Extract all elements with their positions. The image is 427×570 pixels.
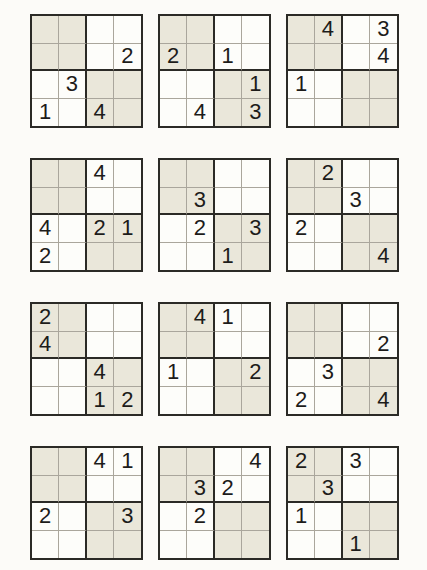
p7-cell-r3c3[interactable]: 4 [87, 359, 114, 387]
p9-cell-r3c3[interactable] [343, 359, 370, 387]
p6-cell-r3c4[interactable] [370, 215, 397, 243]
p8-cell-r2c1[interactable] [160, 332, 187, 360]
p6-cell-r1c1[interactable] [288, 160, 315, 188]
p1-cell-r4c4[interactable] [114, 99, 141, 127]
p6-cell-r2c4[interactable] [370, 188, 397, 216]
p4-cell-r2c3[interactable] [87, 188, 114, 216]
p2-cell-r2c4[interactable] [242, 44, 269, 72]
p10-cell-r4c3[interactable] [87, 531, 114, 559]
p6-cell-r1c2[interactable]: 2 [315, 160, 342, 188]
p11-cell-r4c4[interactable] [242, 531, 269, 559]
p3-cell-r1c3[interactable] [343, 16, 370, 44]
p8-cell-r1c4[interactable] [242, 304, 269, 332]
sudoku-board-11: 4322 [158, 446, 271, 560]
p1-cell-r1c2[interactable] [59, 16, 86, 44]
p8-cell-r3c4[interactable]: 2 [242, 359, 269, 387]
p11-cell-r1c1[interactable] [160, 448, 187, 476]
p2-cell-r1c2[interactable] [187, 16, 214, 44]
p2-cell-r3c2[interactable] [187, 71, 214, 99]
p10-cell-r3c2[interactable] [59, 503, 86, 531]
p8-cell-r4c4[interactable] [242, 387, 269, 415]
p10-cell-r4c1[interactable] [32, 531, 59, 559]
p1-cell-r2c3[interactable] [87, 44, 114, 72]
p1-cell-r2c2[interactable] [59, 44, 86, 72]
p4-cell-r2c1[interactable] [32, 188, 59, 216]
p5-cell-r3c4[interactable]: 3 [242, 215, 269, 243]
p6-cell-r3c2[interactable] [315, 215, 342, 243]
p3-cell-r1c1[interactable] [288, 16, 315, 44]
p8-cell-r2c4[interactable] [242, 332, 269, 360]
p2-cell-r3c4[interactable]: 1 [242, 71, 269, 99]
p12-cell-r3c2[interactable] [315, 503, 342, 531]
p12-cell-r1c1[interactable]: 2 [288, 448, 315, 476]
p7-cell-r2c2[interactable] [59, 332, 86, 360]
p12-cell-r4c1[interactable] [288, 531, 315, 559]
p9-cell-r4c1[interactable]: 2 [288, 387, 315, 415]
p9-cell-r2c2[interactable] [315, 332, 342, 360]
p10-cell-r3c3[interactable] [87, 503, 114, 531]
p1-cell-r3c4[interactable] [114, 71, 141, 99]
p9-cell-r2c4[interactable]: 2 [370, 332, 397, 360]
p3-cell-r2c4[interactable]: 4 [370, 44, 397, 72]
p10-cell-r1c1[interactable] [32, 448, 59, 476]
p9-cell-r2c3[interactable] [343, 332, 370, 360]
sudoku-board-6: 2324 [286, 158, 399, 272]
sudoku-board-10: 4123 [30, 446, 143, 560]
p4-cell-r4c1[interactable]: 2 [32, 243, 59, 271]
p1-cell-r4c1[interactable]: 1 [32, 99, 59, 127]
p12-cell-r2c4[interactable] [370, 476, 397, 504]
p10-cell-r4c4[interactable] [114, 531, 141, 559]
p11-cell-r1c2[interactable] [187, 448, 214, 476]
p4-cell-r4c4[interactable] [114, 243, 141, 271]
p10-cell-r1c4[interactable]: 1 [114, 448, 141, 476]
p5-cell-r4c2[interactable] [187, 243, 214, 271]
p9-cell-r1c3[interactable] [343, 304, 370, 332]
p11-cell-r3c4[interactable] [242, 503, 269, 531]
p11-cell-r2c4[interactable] [242, 476, 269, 504]
sudoku-board-8: 4112 [158, 302, 271, 416]
p10-cell-r1c2[interactable] [59, 448, 86, 476]
p5-cell-r1c3[interactable] [215, 160, 242, 188]
p6-cell-r2c1[interactable] [288, 188, 315, 216]
p6-cell-r4c4[interactable]: 4 [370, 243, 397, 271]
p12-cell-r4c2[interactable] [315, 531, 342, 559]
p12-cell-r2c2[interactable]: 3 [315, 476, 342, 504]
p7-cell-r3c2[interactable] [59, 359, 86, 387]
p3-cell-r4c4[interactable] [370, 99, 397, 127]
p9-cell-r1c1[interactable] [288, 304, 315, 332]
p1-cell-r3c1[interactable] [32, 71, 59, 99]
p7-cell-r2c3[interactable] [87, 332, 114, 360]
p3-cell-r4c2[interactable] [315, 99, 342, 127]
p4-cell-r3c3[interactable]: 2 [87, 215, 114, 243]
p10-cell-r2c3[interactable] [87, 476, 114, 504]
p10-cell-r2c4[interactable] [114, 476, 141, 504]
p5-cell-r4c3[interactable]: 1 [215, 243, 242, 271]
p11-cell-r3c1[interactable] [160, 503, 187, 531]
p8-cell-r1c1[interactable] [160, 304, 187, 332]
p11-cell-r4c2[interactable] [187, 531, 214, 559]
sudoku-board-7: 24412 [30, 302, 143, 416]
p12-cell-r4c3[interactable]: 1 [343, 531, 370, 559]
p2-cell-r2c2[interactable] [187, 44, 214, 72]
p11-cell-r1c4[interactable]: 4 [242, 448, 269, 476]
p5-cell-r3c2[interactable]: 2 [187, 215, 214, 243]
p7-cell-r4c1[interactable] [32, 387, 59, 415]
p6-cell-r2c3[interactable]: 3 [343, 188, 370, 216]
p10-cell-r3c1[interactable]: 2 [32, 503, 59, 531]
p6-cell-r3c3[interactable] [343, 215, 370, 243]
p2-cell-r4c4[interactable]: 3 [242, 99, 269, 127]
p12-cell-r3c3[interactable] [343, 503, 370, 531]
p8-cell-r4c3[interactable] [215, 387, 242, 415]
p12-cell-r1c4[interactable] [370, 448, 397, 476]
p2-cell-r3c1[interactable] [160, 71, 187, 99]
p5-cell-r4c4[interactable] [242, 243, 269, 271]
p4-cell-r3c4[interactable]: 1 [114, 215, 141, 243]
sudoku-board-12: 23311 [286, 446, 399, 560]
p12-cell-r3c4[interactable] [370, 503, 397, 531]
p7-cell-r4c4[interactable]: 2 [114, 387, 141, 415]
p6-cell-r1c3[interactable] [343, 160, 370, 188]
puzzle-sheet: 2314211434341442123231232424412411223244… [0, 0, 427, 560]
p8-cell-r1c2[interactable]: 4 [187, 304, 214, 332]
p5-cell-r3c3[interactable] [215, 215, 242, 243]
p7-cell-r1c3[interactable] [87, 304, 114, 332]
p1-cell-r1c3[interactable] [87, 16, 114, 44]
p10-cell-r3c4[interactable]: 3 [114, 503, 141, 531]
p8-cell-r4c2[interactable] [187, 387, 214, 415]
p9-cell-r4c2[interactable] [315, 387, 342, 415]
p6-cell-r4c3[interactable] [343, 243, 370, 271]
p2-cell-r4c2[interactable]: 4 [187, 99, 214, 127]
p12-cell-r4c4[interactable] [370, 531, 397, 559]
p3-cell-r1c2[interactable]: 4 [315, 16, 342, 44]
p6-cell-r4c1[interactable] [288, 243, 315, 271]
p4-cell-r2c4[interactable] [114, 188, 141, 216]
sudoku-board-1: 2314 [30, 14, 143, 128]
p9-cell-r4c4[interactable]: 4 [370, 387, 397, 415]
p7-cell-r2c4[interactable] [114, 332, 141, 360]
p10-cell-r2c1[interactable] [32, 476, 59, 504]
p11-cell-r2c3[interactable]: 2 [215, 476, 242, 504]
p12-cell-r2c1[interactable] [288, 476, 315, 504]
p12-cell-r1c3[interactable]: 3 [343, 448, 370, 476]
p2-cell-r1c1[interactable] [160, 16, 187, 44]
p9-cell-r3c1[interactable] [288, 359, 315, 387]
sudoku-board-9: 2324 [286, 302, 399, 416]
p4-cell-r1c2[interactable] [59, 160, 86, 188]
p11-cell-r3c3[interactable] [215, 503, 242, 531]
p12-cell-r1c2[interactable] [315, 448, 342, 476]
p12-cell-r2c3[interactable] [343, 476, 370, 504]
p8-cell-r3c1[interactable]: 1 [160, 359, 187, 387]
p9-cell-r2c1[interactable] [288, 332, 315, 360]
p4-cell-r4c2[interactable] [59, 243, 86, 271]
p2-cell-r1c3[interactable] [215, 16, 242, 44]
sudoku-board-4: 44212 [30, 158, 143, 272]
p1-cell-r3c2[interactable]: 3 [59, 71, 86, 99]
p3-cell-r2c2[interactable] [315, 44, 342, 72]
p1-cell-r3c3[interactable] [87, 71, 114, 99]
sudoku-board-3: 4341 [286, 14, 399, 128]
p10-cell-r2c2[interactable] [59, 476, 86, 504]
p12-cell-r3c1[interactable]: 1 [288, 503, 315, 531]
p2-cell-r3c3[interactable] [215, 71, 242, 99]
p9-cell-r1c2[interactable] [315, 304, 342, 332]
p10-cell-r1c3[interactable]: 4 [87, 448, 114, 476]
p5-cell-r3c1[interactable] [160, 215, 187, 243]
p7-cell-r1c2[interactable] [59, 304, 86, 332]
sudoku-board-2: 21143 [158, 14, 271, 128]
p5-cell-r2c3[interactable] [215, 188, 242, 216]
p6-cell-r1c4[interactable] [370, 160, 397, 188]
p5-cell-r2c2[interactable]: 3 [187, 188, 214, 216]
p3-cell-r3c3[interactable] [343, 71, 370, 99]
p1-cell-r1c4[interactable] [114, 16, 141, 44]
p7-cell-r2c1[interactable]: 4 [32, 332, 59, 360]
p7-cell-r4c2[interactable] [59, 387, 86, 415]
p11-cell-r2c2[interactable]: 3 [187, 476, 214, 504]
p1-cell-r4c2[interactable] [59, 99, 86, 127]
p2-cell-r4c3[interactable] [215, 99, 242, 127]
p1-cell-r4c3[interactable]: 4 [87, 99, 114, 127]
p4-cell-r3c2[interactable] [59, 215, 86, 243]
p6-cell-r2c2[interactable] [315, 188, 342, 216]
p4-cell-r3c1[interactable]: 4 [32, 215, 59, 243]
p2-cell-r2c3[interactable]: 1 [215, 44, 242, 72]
p3-cell-r4c1[interactable] [288, 99, 315, 127]
p5-cell-r1c4[interactable] [242, 160, 269, 188]
p11-cell-r3c2[interactable]: 2 [187, 503, 214, 531]
p9-cell-r3c2[interactable]: 3 [315, 359, 342, 387]
p3-cell-r3c1[interactable]: 1 [288, 71, 315, 99]
p7-cell-r3c1[interactable] [32, 359, 59, 387]
p3-cell-r2c1[interactable] [288, 44, 315, 72]
p6-cell-r4c2[interactable] [315, 243, 342, 271]
p3-cell-r3c4[interactable] [370, 71, 397, 99]
p3-cell-r2c3[interactable] [343, 44, 370, 72]
p4-cell-r1c4[interactable] [114, 160, 141, 188]
p2-cell-r2c1[interactable]: 2 [160, 44, 187, 72]
p8-cell-r2c2[interactable] [187, 332, 214, 360]
p7-cell-r1c1[interactable]: 2 [32, 304, 59, 332]
p4-cell-r2c2[interactable] [59, 188, 86, 216]
p3-cell-r1c4[interactable]: 3 [370, 16, 397, 44]
p10-cell-r4c2[interactable] [59, 531, 86, 559]
p1-cell-r2c4[interactable]: 2 [114, 44, 141, 72]
p3-cell-r4c3[interactable] [343, 99, 370, 127]
p8-cell-r4c1[interactable] [160, 387, 187, 415]
p4-cell-r4c3[interactable] [87, 243, 114, 271]
p9-cell-r3c4[interactable] [370, 359, 397, 387]
p1-cell-r1c1[interactable] [32, 16, 59, 44]
p8-cell-r3c3[interactable] [215, 359, 242, 387]
p5-cell-r1c2[interactable] [187, 160, 214, 188]
p11-cell-r2c1[interactable] [160, 476, 187, 504]
p1-cell-r2c1[interactable] [32, 44, 59, 72]
p4-cell-r1c3[interactable]: 4 [87, 160, 114, 188]
p8-cell-r2c3[interactable] [215, 332, 242, 360]
p2-cell-r1c4[interactable] [242, 16, 269, 44]
p9-cell-r4c3[interactable] [343, 387, 370, 415]
p9-cell-r1c4[interactable] [370, 304, 397, 332]
p7-cell-r4c3[interactable]: 1 [87, 387, 114, 415]
p8-cell-r3c2[interactable] [187, 359, 214, 387]
p3-cell-r3c2[interactable] [315, 71, 342, 99]
p6-cell-r3c1[interactable]: 2 [288, 215, 315, 243]
p11-cell-r4c3[interactable] [215, 531, 242, 559]
p5-cell-r4c1[interactable] [160, 243, 187, 271]
p5-cell-r2c4[interactable] [242, 188, 269, 216]
p5-cell-r1c1[interactable] [160, 160, 187, 188]
sudoku-board-5: 3231 [158, 158, 271, 272]
p11-cell-r4c1[interactable] [160, 531, 187, 559]
p7-cell-r3c4[interactable] [114, 359, 141, 387]
p5-cell-r2c1[interactable] [160, 188, 187, 216]
p11-cell-r1c3[interactable] [215, 448, 242, 476]
p4-cell-r1c1[interactable] [32, 160, 59, 188]
p7-cell-r1c4[interactable] [114, 304, 141, 332]
p8-cell-r1c3[interactable]: 1 [215, 304, 242, 332]
p2-cell-r4c1[interactable] [160, 99, 187, 127]
